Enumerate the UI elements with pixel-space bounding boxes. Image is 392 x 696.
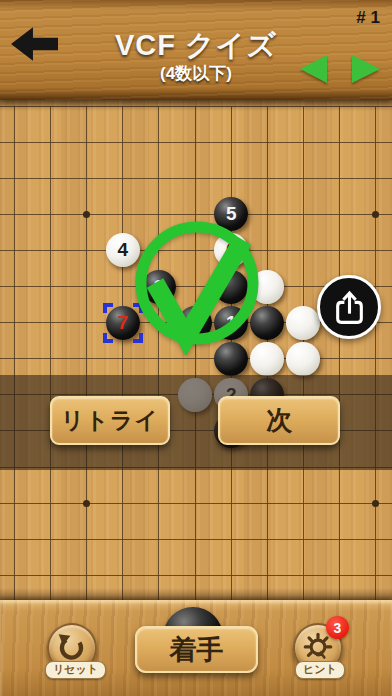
star-point (372, 500, 379, 507)
stone-e9: 7 (106, 306, 140, 340)
next-puzzle-triangle-icon[interactable] (352, 55, 380, 83)
share-icon (331, 289, 368, 326)
stone-h11: 6 (214, 233, 248, 267)
stone-h12: 5 (214, 197, 248, 231)
stone-g9 (178, 306, 212, 340)
stone-h8 (214, 342, 248, 376)
next-button[interactable]: 次 (218, 396, 340, 445)
stone-h9: 1 (214, 306, 248, 340)
stone-j8 (286, 342, 320, 376)
stone-i10 (250, 270, 284, 304)
page-title: VCF クイズ (0, 26, 392, 66)
stone-f10: 3 (142, 270, 176, 304)
stone-e11: 4 (106, 233, 140, 267)
stone-i9 (250, 306, 284, 340)
star-point (83, 211, 90, 218)
star-point (372, 211, 379, 218)
share-button[interactable] (317, 275, 381, 339)
reset-label: リセット (45, 661, 106, 679)
last-move-marker (103, 303, 143, 343)
page-subtitle: (4数以下) (0, 62, 392, 85)
stone-j9 (286, 306, 320, 340)
move-button[interactable]: 着手 (135, 626, 258, 673)
retry-button[interactable]: リトライ (50, 396, 170, 445)
app-screen: VCF クイズ (4数以下) # 1 5463712 リトライ 次 着手 リセッ… (0, 0, 392, 696)
puzzle-number: # 1 (356, 8, 380, 28)
hint-label: ヒント (295, 661, 345, 679)
hint-count-badge: 3 (326, 616, 349, 639)
gomoku-board[interactable]: 5463712 (0, 100, 392, 600)
header: VCF クイズ (4数以下) # 1 (0, 0, 392, 100)
reset-icon (55, 631, 89, 665)
stone-h10 (214, 270, 248, 304)
stone-i8 (250, 342, 284, 376)
star-point (83, 500, 90, 507)
prev-puzzle-triangle-icon[interactable] (300, 55, 327, 83)
